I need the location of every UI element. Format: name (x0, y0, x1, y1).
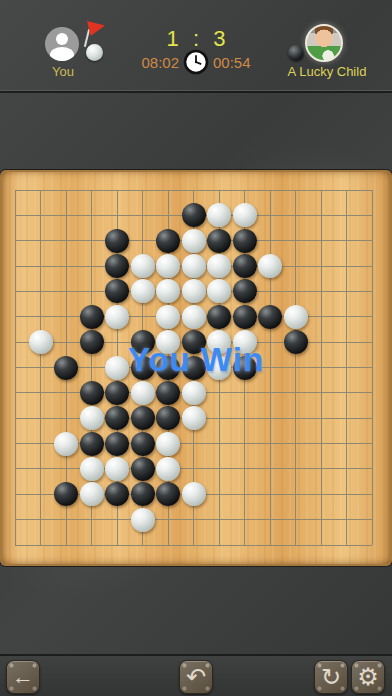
stone-black (207, 305, 231, 329)
gear-icon: ⚙ (357, 665, 379, 689)
stone-black (156, 381, 180, 405)
app-screen: You 1 : 3 08:02 00:54 A Lucky Child You … (0, 0, 392, 696)
stone-black (233, 254, 257, 278)
stone-white (156, 457, 180, 481)
person-icon-body (50, 47, 74, 61)
stone-white (258, 254, 282, 278)
stone-black (131, 406, 155, 430)
stone-white (156, 279, 180, 303)
stone-black (156, 406, 180, 430)
stone-black (105, 229, 129, 253)
stone-black (80, 381, 104, 405)
right-player-timer: 00:54 (213, 54, 251, 71)
grid-line (15, 468, 372, 469)
stone-black (105, 254, 129, 278)
stone-white (156, 432, 180, 456)
stone-white (131, 508, 155, 532)
stone-white (182, 482, 206, 506)
stone-black (233, 229, 257, 253)
stone-white (131, 279, 155, 303)
stone-white (207, 279, 231, 303)
stone-black (105, 482, 129, 506)
stone-black (258, 305, 282, 329)
stone-black (156, 229, 180, 253)
stone-white (182, 254, 206, 278)
stone-black (233, 279, 257, 303)
stone-black (80, 432, 104, 456)
stone-white (207, 203, 231, 227)
stone-black (80, 305, 104, 329)
settings-button[interactable]: ⚙ (351, 660, 385, 694)
stone-black (182, 203, 206, 227)
restart-icon: ↻ (321, 665, 341, 689)
grid-line (15, 519, 372, 520)
stone-black (233, 305, 257, 329)
bottom-toolbar: ← ↶ ↻ ⚙ (0, 654, 392, 696)
left-player-timer: 08:02 (141, 54, 179, 71)
back-button[interactable]: ← (6, 660, 40, 694)
stone-white (182, 279, 206, 303)
stone-white (131, 254, 155, 278)
stone-white (284, 305, 308, 329)
stone-white (131, 381, 155, 405)
stone-white (105, 457, 129, 481)
undo-button[interactable]: ↶ (179, 660, 213, 694)
stone-white (80, 457, 104, 481)
right-player-avatar (305, 24, 343, 62)
stone-white (105, 305, 129, 329)
stone-white (233, 203, 257, 227)
right-player-stone-black-icon (288, 45, 304, 61)
stone-black (105, 432, 129, 456)
stone-white (80, 406, 104, 430)
left-player-name: You (20, 64, 106, 79)
stone-black (131, 457, 155, 481)
win-message: You Win (0, 341, 392, 379)
stone-black (54, 482, 78, 506)
right-player-name: A Lucky Child (264, 64, 390, 79)
left-player-avatar (45, 27, 79, 61)
stone-white (156, 254, 180, 278)
back-arrow-icon: ← (12, 666, 34, 688)
undo-icon: ↶ (186, 665, 206, 689)
stone-black (105, 279, 129, 303)
restart-button[interactable]: ↻ (314, 660, 348, 694)
header-bar: You 1 : 3 08:02 00:54 A Lucky Child (0, 0, 392, 91)
stone-white (182, 381, 206, 405)
stone-white (80, 482, 104, 506)
stone-black (105, 381, 129, 405)
stone-black (131, 432, 155, 456)
stone-black (105, 406, 129, 430)
grid-line (15, 545, 372, 546)
clock-icon (183, 49, 209, 75)
stone-white (156, 305, 180, 329)
person-icon (56, 33, 68, 45)
stone-white (182, 305, 206, 329)
stone-black (156, 482, 180, 506)
stone-white (182, 406, 206, 430)
stone-white (182, 229, 206, 253)
stone-white (54, 432, 78, 456)
stone-white (207, 254, 231, 278)
stone-black (131, 482, 155, 506)
stone-black (207, 229, 231, 253)
